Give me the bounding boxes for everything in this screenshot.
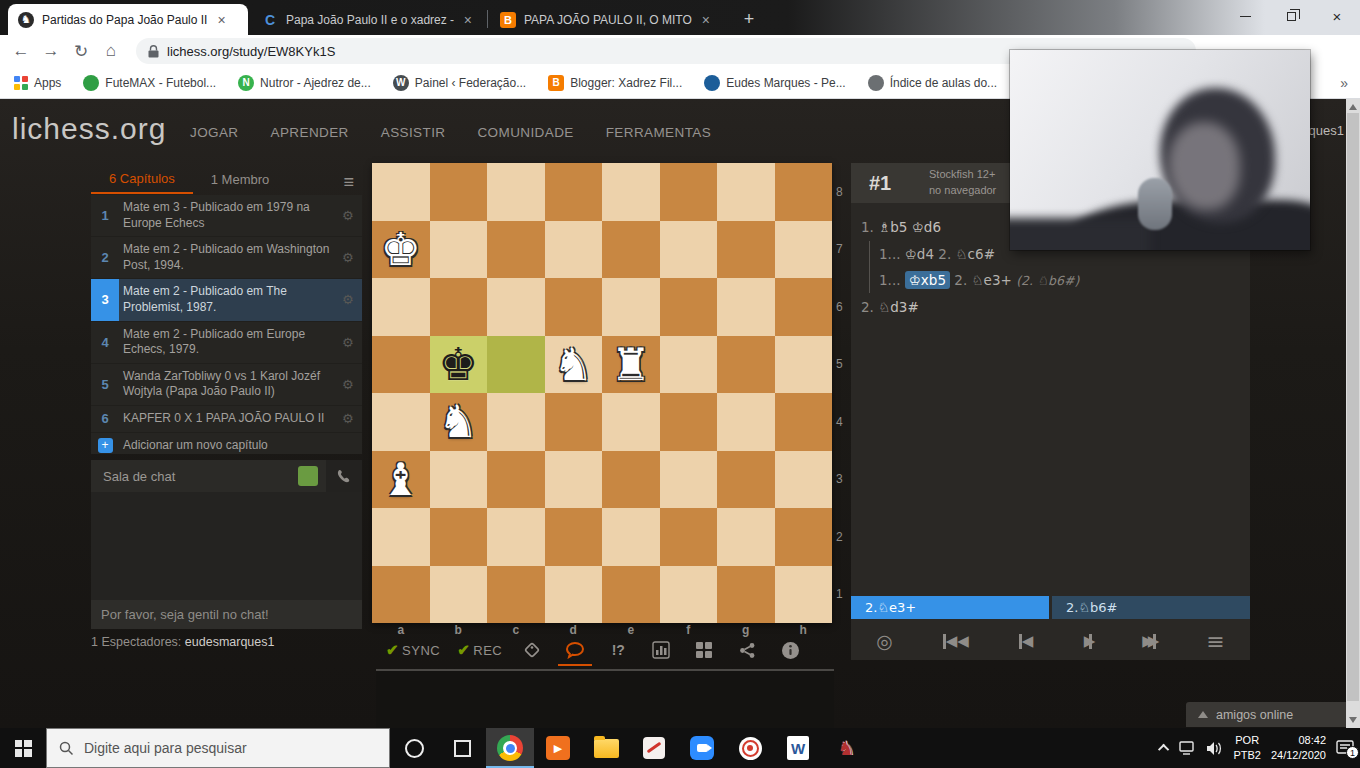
taskbar-file-explorer[interactable] bbox=[582, 728, 630, 768]
square-d4[interactable] bbox=[545, 393, 603, 451]
square-g5[interactable] bbox=[717, 336, 775, 394]
continuation-selected[interactable]: 2.♘e3+ bbox=[851, 596, 1049, 619]
tab-members[interactable]: 1 Membro bbox=[193, 172, 288, 193]
lock-icon bbox=[148, 45, 159, 58]
move[interactable]: ♘e3+ bbox=[972, 272, 1012, 288]
square-b7[interactable] bbox=[430, 221, 488, 279]
browser-tab-3[interactable]: B PAPA JOÃO PAULO II, O MITO, O × bbox=[490, 4, 722, 35]
tab-chapters[interactable]: 6 Capítulos bbox=[91, 171, 193, 194]
new-tab-button[interactable]: + bbox=[736, 6, 762, 32]
bookmark-item[interactable]: Índice de aulas do... bbox=[868, 75, 997, 91]
move[interactable]: ♗b5 bbox=[878, 219, 907, 235]
chapter-row[interactable]: 1 Mate em 3 - Publicado em 1979 na Europ… bbox=[91, 195, 362, 237]
films-tv-icon: ▶ bbox=[546, 736, 570, 760]
apps-grid-icon bbox=[14, 76, 28, 90]
square-d8[interactable] bbox=[545, 163, 603, 221]
square-e1[interactable] bbox=[602, 566, 660, 624]
white-knight-d5[interactable]: ♞ bbox=[553, 342, 593, 387]
notification-badge: 1 bbox=[1346, 746, 1359, 759]
square-d6[interactable] bbox=[545, 278, 603, 336]
webcam-overlay bbox=[1010, 50, 1310, 250]
blogger-icon: B bbox=[548, 75, 564, 91]
tab-title: Papa João Paulo II e o xadrez - F bbox=[286, 13, 454, 27]
triangle-up-icon bbox=[1198, 711, 1208, 718]
browser-tab-2[interactable]: C Papa João Paulo II e o xadrez - F × bbox=[252, 4, 484, 35]
clock[interactable]: 08:4224/12/2020 bbox=[1271, 733, 1326, 763]
spectator-name: eudesmarques1 bbox=[185, 635, 275, 649]
gear-icon[interactable]: ⚙ bbox=[342, 279, 362, 320]
bookmark-item[interactable]: NNutror - Ajedrez de... bbox=[238, 75, 371, 91]
gear-icon[interactable]: ⚙ bbox=[342, 364, 362, 405]
wordpress-icon: W bbox=[393, 75, 409, 91]
bookmark-item[interactable]: Eudes Marques - Pe... bbox=[704, 75, 845, 91]
menu-icon[interactable]: ≡ bbox=[1206, 629, 1224, 654]
square-d2[interactable] bbox=[545, 508, 603, 566]
square-e8[interactable] bbox=[602, 163, 660, 221]
square-f7[interactable] bbox=[660, 221, 718, 279]
square-c8[interactable] bbox=[487, 163, 545, 221]
move[interactable]: ♘c6# bbox=[956, 246, 995, 262]
square-e2[interactable] bbox=[602, 508, 660, 566]
square-f6[interactable] bbox=[660, 278, 718, 336]
nav-jogar[interactable]: JOGAR bbox=[190, 125, 239, 140]
square-a7[interactable]: ♚ bbox=[372, 221, 430, 279]
forward-icon[interactable]: → bbox=[36, 41, 66, 61]
square-a4[interactable] bbox=[372, 393, 430, 451]
chart-icon[interactable] bbox=[648, 637, 674, 663]
blogger-favicon-icon: B bbox=[500, 12, 516, 28]
page-scrollbar[interactable] bbox=[1346, 99, 1360, 728]
square-g4[interactable] bbox=[717, 393, 775, 451]
lichess-topnav: JOGAR APRENDER ASSISTIR COMUNIDADE FERRA… bbox=[190, 125, 711, 140]
square-a6[interactable] bbox=[372, 278, 430, 336]
plus-icon: + bbox=[91, 433, 119, 454]
square-c6[interactable] bbox=[487, 278, 545, 336]
restore-button[interactable] bbox=[1268, 0, 1314, 32]
nav-assistir[interactable]: ASSISTIR bbox=[381, 125, 446, 140]
square-c7[interactable] bbox=[487, 221, 545, 279]
variation-paren[interactable]: (2. ♘b6#) bbox=[1016, 273, 1079, 288]
square-a2[interactable] bbox=[372, 508, 430, 566]
nav-controls: ◎ ◀◀ ◀ ▶ ▶▶ ≡ bbox=[851, 622, 1250, 660]
bookmark-apps[interactable]: Apps bbox=[14, 76, 61, 90]
screen: ♞ Partidas do Papa João Paulo II × C Pap… bbox=[0, 0, 1360, 768]
square-a1[interactable] bbox=[372, 566, 430, 624]
rank-labels: 87654321 bbox=[836, 163, 843, 623]
square-b2[interactable] bbox=[430, 508, 488, 566]
chrome-icon bbox=[497, 735, 523, 761]
bookmark-item[interactable]: FuteMAX - Futebol... bbox=[83, 75, 216, 91]
scroll-up-icon[interactable] bbox=[1349, 104, 1357, 110]
taskbar-snip[interactable] bbox=[630, 728, 678, 768]
windows-taskbar: ▶ W ♞ PORPTB2 08:4224/12/2020 1 bbox=[0, 728, 1360, 768]
square-c4[interactable] bbox=[487, 393, 545, 451]
square-b8[interactable] bbox=[430, 163, 488, 221]
last-move-icon[interactable]: ▶▶ bbox=[1142, 632, 1156, 650]
square-e7[interactable] bbox=[602, 221, 660, 279]
square-d5[interactable]: ♞ bbox=[545, 336, 603, 394]
record-icon bbox=[739, 737, 762, 760]
cortana-icon bbox=[405, 739, 424, 758]
square-a8[interactable] bbox=[372, 163, 430, 221]
lichess-logo[interactable]: lichess.org bbox=[12, 112, 166, 146]
browser-tab-1[interactable]: ♞ Partidas do Papa João Paulo II × bbox=[8, 4, 248, 35]
chapter-row[interactable]: 5 Wanda ZarTobliwy 0 vs 1 Karol Jozéf Wo… bbox=[91, 364, 362, 406]
square-e5[interactable]: ♜ bbox=[602, 336, 660, 394]
square-b1[interactable] bbox=[430, 566, 488, 624]
gear-icon[interactable]: ⚙ bbox=[342, 406, 362, 432]
annotation-glyphs-icon[interactable]: !? bbox=[605, 637, 631, 663]
tray-expand-icon[interactable] bbox=[1158, 744, 1169, 755]
comments-icon[interactable] bbox=[562, 637, 588, 663]
move[interactable]: ♘d3# bbox=[878, 299, 919, 315]
selected-move[interactable]: ♔xb5 bbox=[905, 271, 950, 289]
scrollbar-thumb[interactable] bbox=[1347, 113, 1359, 701]
check-icon: ✔ bbox=[386, 641, 399, 659]
gear-icon[interactable]: ⚙ bbox=[342, 322, 362, 363]
bookmarks-overflow-chevron[interactable]: » bbox=[1340, 75, 1348, 91]
search-input[interactable] bbox=[84, 740, 364, 756]
cortana-button[interactable] bbox=[390, 728, 438, 768]
browser-titlebar: ♞ Partidas do Papa João Paulo II × C Pap… bbox=[0, 0, 1360, 35]
taskbar-search[interactable] bbox=[46, 728, 390, 768]
square-e4[interactable] bbox=[602, 393, 660, 451]
continuation-buttons: 2.♘e3+ 2.♘b6# bbox=[851, 596, 1250, 619]
chat-toggle[interactable] bbox=[298, 466, 318, 486]
board-toolbar: ✔SYNC ✔REC !? bbox=[376, 635, 834, 665]
chat-title: Sala de chat bbox=[103, 469, 175, 484]
study-tabs: 6 Capítulos 1 Membro ≡ bbox=[91, 169, 362, 195]
bookmark-item[interactable]: WPainel ‹ Federação... bbox=[393, 75, 526, 91]
square-h8[interactable] bbox=[775, 163, 833, 221]
square-f4[interactable] bbox=[660, 393, 718, 451]
chapter-row[interactable]: 6 KAPFER 0 X 1 PAPA JOÃO PAULO II ⚙ bbox=[91, 406, 362, 433]
minimize-button[interactable] bbox=[1222, 0, 1268, 32]
square-b5[interactable]: ♚ bbox=[430, 336, 488, 394]
square-f5[interactable] bbox=[660, 336, 718, 394]
globe-icon bbox=[868, 75, 884, 91]
white-knight-b4[interactable]: ♞ bbox=[438, 399, 478, 444]
tab-title: PAPA JOÃO PAULO II, O MITO, O bbox=[524, 13, 692, 27]
square-h4[interactable] bbox=[775, 393, 833, 451]
square-c5[interactable] bbox=[487, 336, 545, 394]
square-f8[interactable] bbox=[660, 163, 718, 221]
square-h5[interactable] bbox=[775, 336, 833, 394]
window-controls: × bbox=[1222, 0, 1360, 32]
chat-input[interactable] bbox=[91, 600, 362, 629]
chapter-row-selected[interactable]: 3 Mate em 2 - Publicado em The Problemis… bbox=[91, 279, 362, 321]
move[interactable]: ♔d4 bbox=[905, 246, 934, 262]
comment-box[interactable] bbox=[376, 669, 834, 728]
tab-close-icon[interactable]: × bbox=[700, 12, 712, 28]
gear-icon[interactable]: ⚙ bbox=[342, 195, 362, 236]
square-g7[interactable] bbox=[717, 221, 775, 279]
square-g8[interactable] bbox=[717, 163, 775, 221]
snip-icon bbox=[643, 737, 665, 759]
chapter-list: 1 Mate em 3 - Publicado em 1979 na Europ… bbox=[91, 195, 362, 454]
windows-logo-icon bbox=[15, 740, 32, 757]
square-h2[interactable] bbox=[775, 508, 833, 566]
chat-panel: Sala de chat bbox=[91, 460, 362, 629]
webcam-shoulder bbox=[1010, 218, 1150, 250]
square-e3[interactable] bbox=[602, 451, 660, 509]
nav-ferramentas[interactable]: FERRAMENTAS bbox=[606, 125, 711, 140]
taskbar-chess-app[interactable]: ♞ bbox=[822, 728, 870, 768]
check-icon: ✔ bbox=[457, 641, 470, 659]
spectators-line: 1 Espectadores: eudesmarques1 bbox=[91, 635, 274, 649]
chess-board[interactable]: ♚♚♞♜♞♝ bbox=[372, 163, 832, 623]
tab-close-icon[interactable]: × bbox=[462, 12, 474, 28]
zoom-camera-icon bbox=[690, 736, 714, 760]
bookmark-item[interactable]: BBlogger: Xadrez Fil... bbox=[548, 75, 682, 91]
taskbar-recorder[interactable] bbox=[726, 728, 774, 768]
cycle-icon[interactable]: ◎ bbox=[876, 630, 893, 652]
mask-icon bbox=[704, 75, 720, 91]
nav-aprender[interactable]: APRENDER bbox=[271, 125, 349, 140]
scroll-down-icon[interactable] bbox=[1349, 717, 1357, 723]
system-tray: PORPTB2 08:4224/12/2020 1 bbox=[1161, 728, 1360, 768]
study-menu-icon[interactable]: ≡ bbox=[343, 172, 362, 193]
nutror-icon: N bbox=[238, 75, 254, 91]
share-icon[interactable] bbox=[734, 637, 760, 663]
tab-title: Partidas do Papa João Paulo II bbox=[42, 13, 207, 27]
eval-number: #1 bbox=[869, 172, 929, 195]
square-c1[interactable] bbox=[487, 566, 545, 624]
black-king-b5[interactable]: ♚ bbox=[438, 342, 478, 387]
square-h6[interactable] bbox=[775, 278, 833, 336]
site-favicon-icon: C bbox=[262, 12, 278, 28]
square-a3[interactable]: ♝ bbox=[372, 451, 430, 509]
continuation-alt[interactable]: 2.♘b6# bbox=[1052, 596, 1250, 619]
square-d7[interactable] bbox=[545, 221, 603, 279]
prev-move-icon[interactable]: ◀ bbox=[1019, 632, 1033, 650]
next-move-icon[interactable]: ▶ bbox=[1084, 632, 1092, 650]
square-c3[interactable] bbox=[487, 451, 545, 509]
square-c2[interactable] bbox=[487, 508, 545, 566]
info-icon[interactable] bbox=[777, 637, 803, 663]
word-icon: W bbox=[787, 736, 809, 760]
square-d1[interactable] bbox=[545, 566, 603, 624]
taskbar-media-player[interactable]: ▶ bbox=[534, 728, 582, 768]
rec-toggle[interactable]: ✔REC bbox=[457, 641, 502, 659]
reload-icon[interactable]: ↻ bbox=[66, 41, 96, 62]
square-h7[interactable] bbox=[775, 221, 833, 279]
add-chapter-row[interactable]: + Adicionar um novo capítulo bbox=[91, 433, 362, 454]
square-f3[interactable] bbox=[660, 451, 718, 509]
speaker-icon[interactable] bbox=[1206, 741, 1223, 756]
square-g1[interactable] bbox=[717, 566, 775, 624]
webcam-face bbox=[1168, 122, 1240, 210]
chess-pieces-icon: ♞ bbox=[837, 736, 855, 760]
tab-close-icon[interactable]: × bbox=[215, 12, 227, 28]
white-rook-e5[interactable]: ♜ bbox=[611, 342, 651, 387]
white-king-a7[interactable]: ♚ bbox=[381, 227, 421, 272]
task-view-icon bbox=[454, 740, 471, 757]
square-b3[interactable] bbox=[430, 451, 488, 509]
sync-toggle[interactable]: ✔SYNC bbox=[386, 641, 440, 659]
back-icon[interactable]: ← bbox=[6, 41, 36, 61]
first-move-icon[interactable]: ◀◀ bbox=[943, 632, 969, 650]
tags-icon[interactable] bbox=[519, 637, 545, 663]
square-b4[interactable]: ♞ bbox=[430, 393, 488, 451]
move[interactable]: ♔d6 bbox=[912, 219, 941, 235]
square-g3[interactable] bbox=[717, 451, 775, 509]
notification-center[interactable]: 1 bbox=[1336, 740, 1354, 756]
taskbar-chrome[interactable] bbox=[486, 728, 534, 768]
taskbar-zoom[interactable] bbox=[678, 728, 726, 768]
lichess-favicon-icon: ♞ bbox=[18, 12, 34, 28]
friends-bar[interactable]: amigos online bbox=[1186, 702, 1352, 727]
home-icon[interactable]: ⌂ bbox=[96, 41, 126, 61]
chapter-row[interactable]: 2 Mate em 2 - Publicado em Washington Po… bbox=[91, 237, 362, 279]
square-d3[interactable] bbox=[545, 451, 603, 509]
board-editor-icon[interactable] bbox=[691, 637, 717, 663]
search-icon bbox=[59, 741, 74, 756]
square-b6[interactable] bbox=[430, 278, 488, 336]
nav-comunidade[interactable]: COMUNIDADE bbox=[477, 125, 573, 140]
square-g2[interactable] bbox=[717, 508, 775, 566]
folder-icon bbox=[594, 739, 619, 758]
taskbar-word[interactable]: W bbox=[774, 728, 822, 768]
square-a5[interactable] bbox=[372, 336, 430, 394]
chapter-row[interactable]: 4 Mate em 2 - Publicado em Europe Echecs… bbox=[91, 322, 362, 364]
square-e6[interactable] bbox=[602, 278, 660, 336]
close-window-button[interactable]: × bbox=[1314, 0, 1360, 32]
tab-separator bbox=[487, 10, 488, 28]
shield-icon bbox=[83, 75, 99, 91]
square-f2[interactable] bbox=[660, 508, 718, 566]
phone-icon[interactable] bbox=[326, 460, 362, 492]
language-indicator[interactable]: PORPTB2 bbox=[1233, 733, 1261, 763]
url-text: lichess.org/study/EW8KYk1S bbox=[167, 44, 335, 59]
square-f1[interactable] bbox=[660, 566, 718, 624]
webcam-microphone bbox=[1138, 178, 1172, 230]
task-view-button[interactable] bbox=[438, 728, 486, 768]
square-g6[interactable] bbox=[717, 278, 775, 336]
square-h1[interactable] bbox=[775, 566, 833, 624]
white-bishop-a3[interactable]: ♝ bbox=[381, 457, 421, 502]
engine-label: Stockfish 12+no navegador bbox=[929, 167, 996, 199]
chat-messages bbox=[91, 492, 362, 600]
square-h3[interactable] bbox=[775, 451, 833, 509]
start-button[interactable] bbox=[0, 728, 46, 768]
gear-icon[interactable]: ⚙ bbox=[342, 237, 362, 278]
network-icon[interactable] bbox=[1179, 741, 1196, 755]
